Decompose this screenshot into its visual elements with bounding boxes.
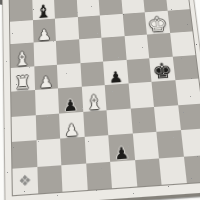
square-f3 — [130, 106, 156, 133]
square-a2 — [12, 140, 37, 168]
square-c8 — [54, 0, 77, 18]
square-c2 — [60, 137, 86, 165]
square-d1 — [86, 161, 112, 190]
board-frame: ♝♟♚♝♜♟♟♚♟♝♟♟❖ — [2, 0, 200, 200]
square-d6 — [79, 38, 103, 63]
square-a7 — [10, 20, 33, 44]
square-g2 — [156, 130, 183, 158]
square-h1 — [183, 155, 200, 184]
square-b2 — [36, 139, 61, 167]
square-b7: ♟ — [32, 18, 55, 42]
black-king: ♚ — [151, 61, 173, 83]
white-king: ♚ — [147, 14, 168, 35]
square-b8: ♝ — [32, 0, 55, 20]
chess-board: ♝♟♚♝♜♟♟♚♟♝♟♟❖ — [9, 0, 200, 196]
square-h5 — [172, 55, 198, 81]
square-e3 — [106, 108, 132, 135]
square-b4 — [35, 88, 59, 114]
square-f2 — [132, 132, 159, 160]
corner-ornament: ❖ — [18, 173, 31, 189]
square-d2 — [84, 135, 110, 163]
square-f7 — [122, 12, 147, 36]
square-f1 — [135, 158, 162, 187]
square-b5: ♟ — [34, 64, 58, 90]
square-c3: ♟ — [59, 111, 84, 138]
square-g3 — [154, 105, 181, 132]
square-a1: ❖ — [12, 166, 37, 195]
square-e2: ♟ — [108, 134, 134, 162]
square-h6 — [170, 31, 196, 56]
square-e6 — [101, 36, 126, 61]
square-c1 — [61, 163, 87, 192]
square-a8 — [10, 0, 33, 21]
square-g4 — [152, 80, 178, 106]
square-a6: ♝ — [10, 43, 33, 68]
square-e7 — [100, 13, 124, 37]
square-g1 — [159, 156, 186, 185]
square-c4: ♟ — [58, 87, 83, 113]
square-b1 — [37, 165, 63, 194]
square-d7 — [77, 15, 101, 39]
square-h2 — [180, 128, 200, 156]
square-e4 — [105, 83, 130, 109]
square-d4: ♝ — [81, 85, 106, 111]
square-g7: ♚ — [145, 10, 170, 34]
scanned-page: ♝♟♚♝♜♟♟♚♟♝♟♟❖ — [0, 0, 200, 200]
square-d8 — [76, 0, 100, 17]
square-e1 — [110, 160, 137, 189]
square-g5: ♚ — [149, 56, 175, 82]
square-b6 — [33, 41, 57, 66]
square-h4 — [175, 79, 200, 105]
square-g6 — [147, 33, 172, 58]
square-a3 — [12, 115, 36, 142]
board-photo: ♝♟♚♝♜♟♟♚♟♝♟♟❖ — [2, 0, 200, 200]
square-c5 — [57, 63, 81, 89]
square-d5 — [80, 61, 105, 87]
square-f5 — [126, 58, 151, 84]
square-h3 — [178, 103, 200, 130]
square-f6 — [124, 35, 149, 60]
square-a5: ♜ — [11, 66, 35, 92]
square-d3 — [83, 110, 109, 137]
square-b3 — [35, 113, 60, 140]
square-f4 — [128, 82, 154, 108]
square-e5: ♟ — [103, 59, 128, 85]
square-a4 — [11, 90, 35, 116]
square-c7 — [55, 17, 79, 41]
square-c6 — [56, 39, 80, 64]
square-h7 — [167, 9, 192, 33]
